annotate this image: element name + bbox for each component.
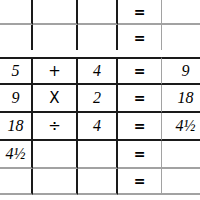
puzzle-grid: ==5+4=99X2=1818÷4=4½4½== <box>0 0 200 200</box>
cell-r1c2 <box>33 0 78 25</box>
cell-r3c3: 4 <box>78 57 118 85</box>
cell-r5c4: = <box>118 113 162 141</box>
cell-r1c1 <box>0 0 33 25</box>
cell-r6c1: 4½ <box>0 141 33 169</box>
cell-r1c4: = <box>118 0 162 25</box>
cell-r6c2 <box>33 141 78 169</box>
cell-r4c3: 2 <box>78 85 118 113</box>
cell-r1c5 <box>162 0 200 25</box>
cell-r4c2: X <box>33 85 78 113</box>
cell-r7c4: = <box>118 169 162 195</box>
cell-r7c2 <box>33 169 78 195</box>
cell-r5c3: 4 <box>78 113 118 141</box>
cell-r4c4: = <box>118 85 162 113</box>
cell-r2c4: = <box>118 25 162 50</box>
cell-r6c3 <box>78 141 118 169</box>
cell-r7c1 <box>0 169 33 195</box>
cell-r2c2 <box>33 25 78 50</box>
cell-r7c5 <box>162 169 200 195</box>
cell-r3c4: = <box>118 57 162 85</box>
cell-r6c5 <box>162 141 200 169</box>
cell-r6c4: = <box>118 141 162 169</box>
cell-r3c5: 9 <box>162 57 200 85</box>
cell-r4c1: 9 <box>0 85 33 113</box>
cell-r2c1 <box>0 25 33 50</box>
table-gap <box>0 50 200 57</box>
cell-r2c3 <box>78 25 118 50</box>
cell-r4c5: 18 <box>162 85 200 113</box>
cell-r5c5: 4½ <box>162 113 200 141</box>
cell-r1c3 <box>78 0 118 25</box>
cell-r2c5 <box>162 25 200 50</box>
cell-r5c1: 18 <box>0 113 33 141</box>
cell-r3c1: 5 <box>0 57 33 85</box>
cell-r5c2: ÷ <box>33 113 78 141</box>
cell-r3c2: + <box>33 57 78 85</box>
cell-r7c3 <box>78 169 118 195</box>
